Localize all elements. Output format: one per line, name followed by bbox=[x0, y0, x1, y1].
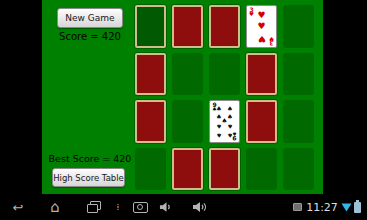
notification-glyph bbox=[293, 203, 302, 211]
battery-glyph bbox=[354, 202, 361, 213]
score-text: Score = 420 bbox=[42, 31, 138, 42]
camera-glyph bbox=[133, 202, 148, 213]
card-back[interactable] bbox=[246, 100, 277, 143]
spades-pip: ♠ bbox=[227, 131, 233, 138]
notification-icon[interactable] bbox=[291, 194, 303, 220]
matched-card bbox=[135, 5, 166, 48]
card-back[interactable] bbox=[172, 148, 203, 191]
back-icon[interactable]: ↩ bbox=[8, 194, 28, 220]
empty-slot bbox=[209, 53, 240, 96]
spades-pip: ♠ bbox=[216, 123, 222, 130]
spades-pip: ♠ bbox=[216, 105, 222, 112]
card-grid: 3♥3♥♥♥♥9♠9♠♠♠♠♠♠♠♠♠♠ bbox=[135, 5, 314, 190]
recents-icon[interactable] bbox=[85, 194, 103, 220]
hearts-pip: ♥ bbox=[257, 10, 265, 19]
memory-game-app: New Game Score = 420 Best Score = 420 Hi… bbox=[42, 0, 323, 194]
spades-pip: ♠ bbox=[227, 114, 233, 121]
volume-down-glyph bbox=[159, 201, 174, 213]
empty-slot bbox=[283, 148, 314, 191]
wifi-icon[interactable] bbox=[340, 194, 352, 220]
card-back[interactable] bbox=[172, 5, 203, 48]
recents-glyph bbox=[87, 201, 101, 213]
wifi-glyph bbox=[341, 202, 352, 212]
empty-slot bbox=[172, 53, 203, 96]
best-score-text: Best Score = 420 bbox=[42, 153, 138, 164]
card-back[interactable] bbox=[246, 53, 277, 96]
screenshot-icon[interactable] bbox=[131, 194, 149, 220]
card-3-of-hearts[interactable]: 3♥3♥♥♥♥ bbox=[246, 5, 277, 48]
empty-slot bbox=[172, 100, 203, 143]
tablet-screen: New Game Score = 420 Best Score = 420 Hi… bbox=[0, 0, 367, 220]
empty-slot bbox=[283, 100, 314, 143]
status-clock[interactable]: 11:27 bbox=[305, 194, 339, 220]
card-index-tl: 3♥ bbox=[249, 7, 254, 17]
android-system-bar: ↩ ⌂ ⁞ 11:27 bbox=[0, 194, 367, 220]
high-score-table-button[interactable]: High Score Table bbox=[52, 168, 125, 187]
menu-dots-icon[interactable]: ⁞ bbox=[114, 194, 122, 220]
card-back[interactable] bbox=[135, 100, 166, 143]
hearts-pip: ♥ bbox=[257, 22, 265, 31]
card-back[interactable] bbox=[135, 53, 166, 96]
empty-slot bbox=[283, 53, 314, 96]
empty-slot bbox=[246, 148, 277, 191]
volume-up-glyph bbox=[192, 201, 208, 213]
spades-pip: ♠ bbox=[227, 105, 233, 112]
volume-down-icon[interactable] bbox=[157, 194, 175, 220]
card-9-of-spades[interactable]: 9♠9♠♠♠♠♠♠♠♠♠♠ bbox=[209, 100, 240, 143]
empty-slot bbox=[135, 148, 166, 191]
hearts-pip: ♥ bbox=[257, 33, 265, 42]
card-index-br: 3♥ bbox=[269, 36, 274, 46]
home-icon[interactable]: ⌂ bbox=[45, 194, 65, 220]
spades-pip: ♠ bbox=[216, 131, 222, 138]
battery-icon[interactable] bbox=[352, 194, 362, 220]
card-back[interactable] bbox=[209, 5, 240, 48]
volume-up-icon[interactable] bbox=[191, 194, 209, 220]
new-game-button[interactable]: New Game bbox=[57, 8, 123, 28]
empty-slot bbox=[283, 5, 314, 48]
spades-pip: ♠ bbox=[227, 123, 233, 130]
card-back[interactable] bbox=[209, 148, 240, 191]
